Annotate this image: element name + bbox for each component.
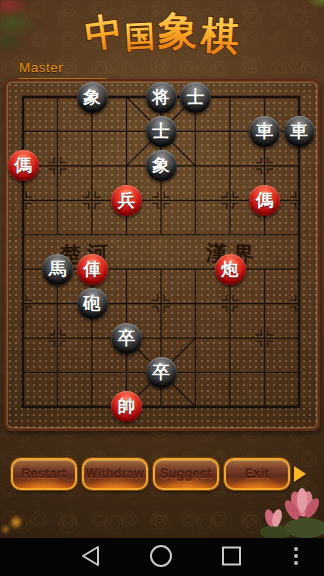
nav-recents-icon[interactable] <box>223 548 240 565</box>
title-char-3: 象 <box>156 6 199 54</box>
app-screen: 中 国 象 棋 Master 楚河漢界 象将士士車車傌象兵傌馬俥炮砲卒卒帥 Re… <box>0 0 324 576</box>
piece-black-general[interactable]: 将 <box>146 82 177 113</box>
title-char-1: 中 <box>82 8 125 57</box>
piece-black-pawn-1[interactable]: 卒 <box>111 323 142 354</box>
withdraw-button[interactable]: Withdraw <box>82 458 148 490</box>
piece-red-horse-1[interactable]: 傌 <box>8 150 39 181</box>
withdraw-label: Withdraw <box>86 467 145 481</box>
restart-button[interactable]: Restart <box>11 458 77 490</box>
nav-back-icon[interactable] <box>83 547 98 565</box>
piece-red-cannon-1[interactable]: 炮 <box>215 254 246 285</box>
piece-black-advisor-2[interactable]: 士 <box>146 116 177 147</box>
piece-black-pawn-2[interactable]: 卒 <box>146 357 177 388</box>
toolbar: Restart Withdraw Suggest Exit <box>11 458 313 492</box>
more-options-arrow-icon[interactable] <box>294 466 306 482</box>
xiangqi-board[interactable]: 楚河漢界 象将士士車車傌象兵傌馬俥炮砲卒卒帥 <box>4 79 320 431</box>
piece-black-chariot-2[interactable]: 車 <box>284 116 315 147</box>
piece-red-chariot-1[interactable]: 俥 <box>77 254 108 285</box>
piece-red-pawn-1[interactable]: 兵 <box>111 185 142 216</box>
nav-home-icon[interactable] <box>151 546 171 566</box>
android-navbar <box>0 538 324 576</box>
exit-button[interactable]: Exit <box>224 458 290 490</box>
difficulty-level-label: Master <box>19 60 106 80</box>
title-char-4: 棋 <box>199 12 240 59</box>
piece-black-elephant-2[interactable]: 象 <box>146 150 177 181</box>
nav-menu-icon[interactable] <box>294 547 298 565</box>
piece-black-cannon-1[interactable]: 砲 <box>77 288 108 319</box>
suggest-button[interactable]: Suggest <box>153 458 219 490</box>
piece-black-horse-1[interactable]: 馬 <box>42 254 73 285</box>
suggest-label: Suggest <box>160 467 211 481</box>
piece-black-chariot-1[interactable]: 車 <box>249 116 280 147</box>
title-char-2: 国 <box>124 18 156 55</box>
app-title: 中 国 象 棋 <box>0 0 324 62</box>
restart-label: Restart <box>21 467 66 481</box>
piece-black-elephant-1[interactable]: 象 <box>77 82 108 113</box>
exit-label: Exit <box>245 467 269 481</box>
piece-black-advisor-1[interactable]: 士 <box>180 82 211 113</box>
piece-red-horse-2[interactable]: 傌 <box>249 185 280 216</box>
